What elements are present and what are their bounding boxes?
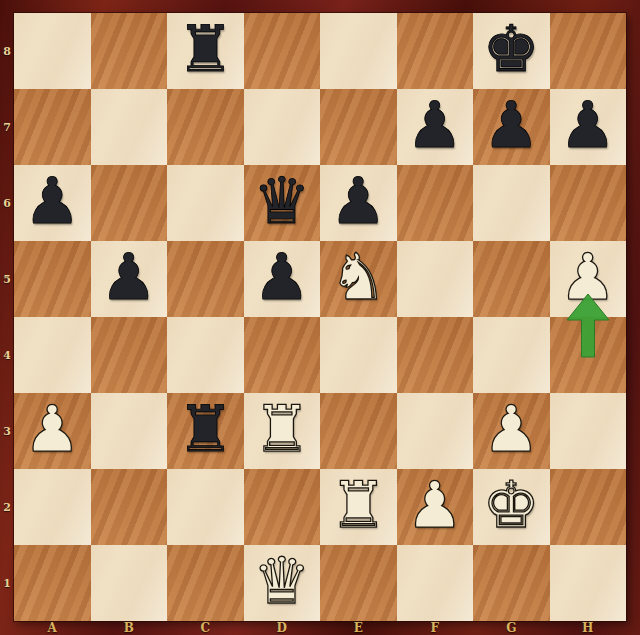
piece-black-pawn-a6[interactable]: ♟ <box>24 169 81 233</box>
file-label-a: A <box>14 621 91 635</box>
piece-white-rook-e2[interactable]: ♜ <box>330 473 387 537</box>
square-g7[interactable]: ♟ <box>473 89 550 165</box>
rank-label-4: 4 <box>0 317 14 393</box>
square-b6[interactable] <box>91 165 168 241</box>
square-c6[interactable] <box>167 165 244 241</box>
file-label-d: D <box>244 621 321 635</box>
square-d4[interactable] <box>244 317 321 393</box>
piece-black-pawn-f7[interactable]: ♟ <box>406 93 463 157</box>
square-e7[interactable] <box>320 89 397 165</box>
square-h3[interactable] <box>550 393 627 469</box>
file-label-b: B <box>91 621 168 635</box>
piece-black-king-g8[interactable]: ♚ <box>483 17 540 81</box>
piece-black-rook-c8[interactable]: ♜ <box>177 17 234 81</box>
square-d8[interactable] <box>244 13 321 89</box>
square-a8[interactable] <box>14 13 91 89</box>
square-c5[interactable] <box>167 241 244 317</box>
square-e8[interactable] <box>320 13 397 89</box>
file-label-h: H <box>550 621 627 635</box>
square-h6[interactable] <box>550 165 627 241</box>
square-d2[interactable] <box>244 469 321 545</box>
square-g5[interactable] <box>473 241 550 317</box>
rank-label-6: 6 <box>0 165 14 241</box>
square-a2[interactable] <box>14 469 91 545</box>
square-d3[interactable]: ♜ <box>244 393 321 469</box>
square-a1[interactable] <box>14 545 91 621</box>
square-g2[interactable]: ♚ <box>473 469 550 545</box>
rank-label-2: 2 <box>0 469 14 545</box>
file-labels: ABCDEFGH <box>14 621 626 635</box>
chess-board-frame: 87654321 ♜♚♟♟♟♟♛♟♟♟♞♟♟♜♜♟♜♟♚♛ ABCDEFGH <box>0 0 640 635</box>
square-c4[interactable] <box>167 317 244 393</box>
square-b4[interactable] <box>91 317 168 393</box>
square-b8[interactable] <box>91 13 168 89</box>
square-e2[interactable]: ♜ <box>320 469 397 545</box>
square-a6[interactable]: ♟ <box>14 165 91 241</box>
square-f2[interactable]: ♟ <box>397 469 474 545</box>
piece-white-pawn-g3[interactable]: ♟ <box>483 397 540 461</box>
square-a7[interactable] <box>14 89 91 165</box>
file-label-f: F <box>397 621 474 635</box>
rank-labels: 87654321 <box>0 13 14 621</box>
rank-label-5: 5 <box>0 241 14 317</box>
square-g8[interactable]: ♚ <box>473 13 550 89</box>
rank-label-3: 3 <box>0 393 14 469</box>
piece-black-pawn-h7[interactable]: ♟ <box>559 93 616 157</box>
square-b3[interactable] <box>91 393 168 469</box>
piece-black-pawn-e6[interactable]: ♟ <box>330 169 387 233</box>
square-e4[interactable] <box>320 317 397 393</box>
square-d1[interactable]: ♛ <box>244 545 321 621</box>
square-c7[interactable] <box>167 89 244 165</box>
square-g4[interactable] <box>473 317 550 393</box>
square-c3[interactable]: ♜ <box>167 393 244 469</box>
piece-white-queen-d1[interactable]: ♛ <box>253 549 310 613</box>
square-f5[interactable] <box>397 241 474 317</box>
square-c2[interactable] <box>167 469 244 545</box>
file-label-c: C <box>167 621 244 635</box>
file-label-e: E <box>320 621 397 635</box>
square-b2[interactable] <box>91 469 168 545</box>
piece-black-rook-c3[interactable]: ♜ <box>177 397 234 461</box>
rank-label-8: 8 <box>0 13 14 89</box>
square-a3[interactable]: ♟ <box>14 393 91 469</box>
piece-black-pawn-b5[interactable]: ♟ <box>100 245 157 309</box>
square-f6[interactable] <box>397 165 474 241</box>
square-a5[interactable] <box>14 241 91 317</box>
square-e3[interactable] <box>320 393 397 469</box>
square-f3[interactable] <box>397 393 474 469</box>
square-h7[interactable]: ♟ <box>550 89 627 165</box>
piece-black-pawn-d5[interactable]: ♟ <box>253 245 310 309</box>
square-d5[interactable]: ♟ <box>244 241 321 317</box>
square-h1[interactable] <box>550 545 627 621</box>
piece-white-pawn-h5[interactable]: ♟ <box>559 245 616 309</box>
square-e5[interactable]: ♞ <box>320 241 397 317</box>
square-f7[interactable]: ♟ <box>397 89 474 165</box>
file-label-g: G <box>473 621 550 635</box>
square-c8[interactable]: ♜ <box>167 13 244 89</box>
square-h8[interactable] <box>550 13 627 89</box>
square-d6[interactable]: ♛ <box>244 165 321 241</box>
square-c1[interactable] <box>167 545 244 621</box>
piece-white-rook-d3[interactable]: ♜ <box>253 397 310 461</box>
square-b7[interactable] <box>91 89 168 165</box>
square-d7[interactable] <box>244 89 321 165</box>
rank-label-1: 1 <box>0 545 14 621</box>
piece-white-king-g2[interactable]: ♚ <box>483 473 540 537</box>
square-g3[interactable]: ♟ <box>473 393 550 469</box>
square-h2[interactable] <box>550 469 627 545</box>
piece-white-pawn-a3[interactable]: ♟ <box>24 397 81 461</box>
piece-white-pawn-f2[interactable]: ♟ <box>406 473 463 537</box>
square-f8[interactable] <box>397 13 474 89</box>
square-e1[interactable] <box>320 545 397 621</box>
piece-black-queen-d6[interactable]: ♛ <box>253 169 310 233</box>
square-e6[interactable]: ♟ <box>320 165 397 241</box>
square-f4[interactable] <box>397 317 474 393</box>
square-f1[interactable] <box>397 545 474 621</box>
piece-white-knight-e5[interactable]: ♞ <box>330 245 387 309</box>
square-g1[interactable] <box>473 545 550 621</box>
square-a4[interactable] <box>14 317 91 393</box>
square-g6[interactable] <box>473 165 550 241</box>
piece-black-pawn-g7[interactable]: ♟ <box>483 93 540 157</box>
rank-label-7: 7 <box>0 89 14 165</box>
square-b1[interactable] <box>91 545 168 621</box>
chess-board: ♜♚♟♟♟♟♛♟♟♟♞♟♟♜♜♟♜♟♚♛ <box>14 13 626 621</box>
square-h5[interactable]: ♟ <box>550 241 627 317</box>
square-b5[interactable]: ♟ <box>91 241 168 317</box>
square-h4[interactable] <box>550 317 627 393</box>
